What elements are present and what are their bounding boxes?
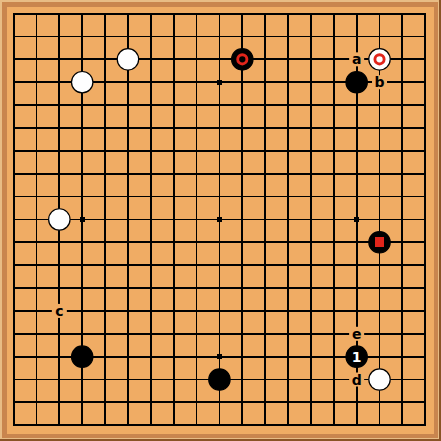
black-stone[interactable]	[369, 232, 390, 253]
point-label-e[interactable]: e	[349, 326, 364, 342]
point-label-text: a	[352, 51, 361, 67]
point-label-text: b	[375, 74, 385, 90]
black-stone-body	[232, 49, 253, 70]
white-stone[interactable]	[369, 369, 390, 390]
white-stone-body	[72, 72, 93, 93]
black-stone-body	[346, 72, 367, 93]
star-point	[217, 80, 222, 85]
black-stone-body	[209, 369, 230, 390]
point-label-d[interactable]: d	[349, 372, 364, 388]
go-diagram: abcde1	[0, 0, 441, 441]
white-stone-body	[49, 209, 70, 230]
white-stone-body	[369, 369, 390, 390]
black-stone[interactable]	[346, 72, 367, 93]
white-stone[interactable]	[117, 49, 138, 70]
white-stone[interactable]	[49, 209, 70, 230]
point-label-c[interactable]: c	[52, 303, 67, 319]
square-marker-icon	[375, 237, 385, 247]
black-stone-body	[72, 346, 93, 367]
white-stone-body	[117, 49, 138, 70]
black-stone[interactable]	[72, 346, 93, 367]
black-stone[interactable]	[209, 369, 230, 390]
star-point	[354, 217, 359, 222]
point-label-text: d	[352, 372, 362, 388]
point-label-text: e	[352, 326, 362, 342]
point-label-text: c	[55, 303, 63, 319]
white-stone[interactable]	[72, 72, 93, 93]
board-svg[interactable]: abcde1	[0, 0, 441, 441]
white-stone[interactable]	[369, 49, 390, 70]
point-label-a[interactable]: a	[349, 51, 364, 67]
move-1-stone[interactable]: 1	[346, 346, 367, 367]
move-number-text: 1	[352, 349, 362, 365]
star-point	[80, 217, 85, 222]
white-stone-body	[369, 49, 390, 70]
star-point	[217, 354, 222, 359]
black-stone[interactable]	[232, 49, 253, 70]
star-point	[217, 217, 222, 222]
point-label-b[interactable]: b	[372, 74, 387, 90]
